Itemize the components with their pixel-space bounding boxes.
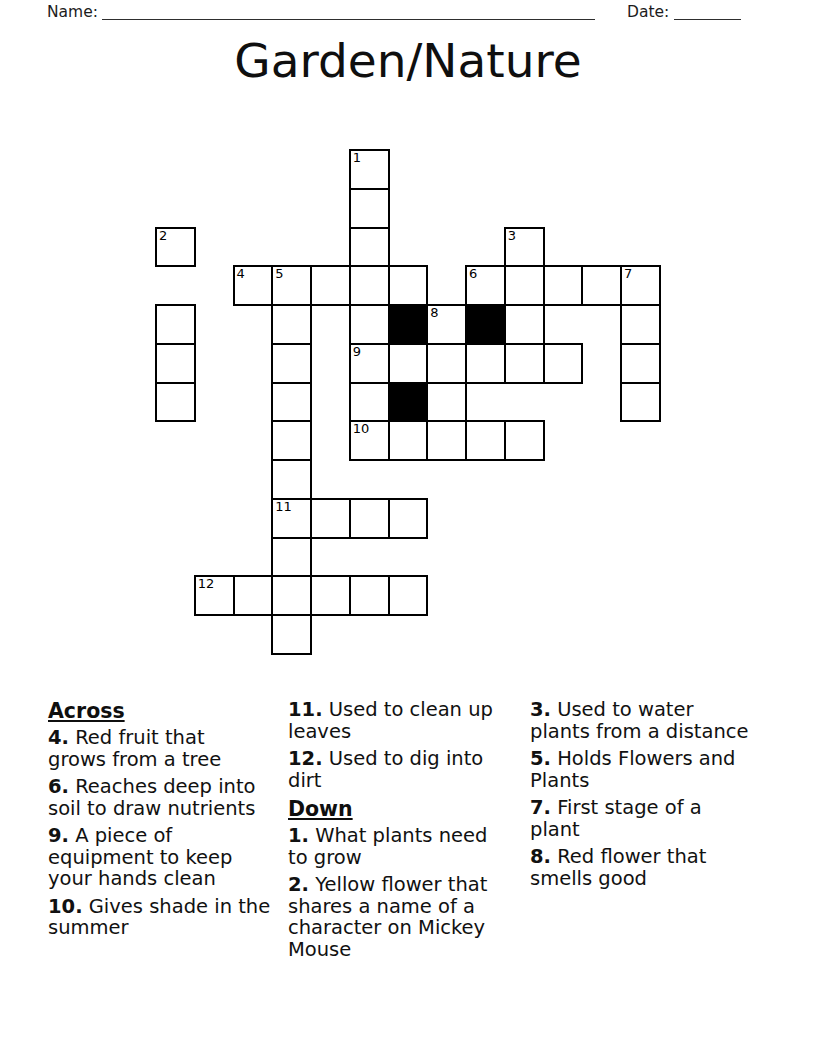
grid-cell-7-9[interactable] xyxy=(504,420,545,461)
grid-cell-11-5[interactable] xyxy=(349,575,390,616)
grid-cell-2-5[interactable] xyxy=(349,227,390,268)
grid-cell-7-7[interactable] xyxy=(426,420,467,461)
clue-number-3: 3 xyxy=(508,229,516,243)
page-title: Garden/Nature xyxy=(0,33,816,88)
clue-9-across: 9. A piece ofequipment to keepyour hands… xyxy=(48,825,288,890)
clue-number-11: 11 xyxy=(275,500,292,514)
grid-cell-8-3[interactable] xyxy=(271,459,312,500)
name-label: Name: xyxy=(47,3,98,21)
grid-cell-6-0[interactable] xyxy=(155,382,196,423)
clue-number-4: 4 xyxy=(237,267,245,281)
grid-cell-3-5[interactable] xyxy=(349,265,390,306)
across-heading: Across xyxy=(48,699,288,723)
clue-7-down: 7. First stage of aplant xyxy=(530,797,772,840)
black-cell-4-8 xyxy=(465,304,506,345)
clue-11-across: 11. Used to clean upleaves xyxy=(288,699,528,742)
clue-4-across: 4. Red fruit thatgrows from a tree xyxy=(48,727,288,770)
grid-cell-4-7[interactable]: 8 xyxy=(426,304,467,345)
clue-3-down: 3. Used to waterplants from a distance xyxy=(530,699,772,742)
grid-cell-7-8[interactable] xyxy=(465,420,506,461)
crossword-grid: 123456789101112 xyxy=(155,149,661,655)
clue-number-7: 7 xyxy=(624,267,632,281)
clue-2-down: 2. Yellow flower thatshares a name of ac… xyxy=(288,874,528,960)
clue-8-down: 8. Red flower thatsmells good xyxy=(530,846,772,889)
clue-number-2: 2 xyxy=(159,229,167,243)
grid-cell-2-9[interactable]: 3 xyxy=(504,227,545,268)
grid-cell-5-6[interactable] xyxy=(388,343,429,384)
grid-cell-3-10[interactable] xyxy=(543,265,584,306)
grid-cell-3-11[interactable] xyxy=(581,265,622,306)
grid-cell-9-3[interactable]: 11 xyxy=(271,498,312,539)
grid-cell-11-1[interactable]: 12 xyxy=(194,575,235,616)
grid-cell-10-3[interactable] xyxy=(271,537,312,578)
grid-cell-11-6[interactable] xyxy=(388,575,429,616)
clue-number-9: 9 xyxy=(353,345,361,359)
grid-cell-11-4[interactable] xyxy=(310,575,351,616)
clue-6-across: 6. Reaches deep intosoil to draw nutrien… xyxy=(48,776,288,819)
grid-cell-5-3[interactable] xyxy=(271,343,312,384)
grid-cell-3-3[interactable]: 5 xyxy=(271,265,312,306)
grid-cell-3-12[interactable]: 7 xyxy=(620,265,661,306)
grid-cell-7-5[interactable]: 10 xyxy=(349,420,390,461)
grid-cell-11-3[interactable] xyxy=(271,575,312,616)
clue-number-1: 1 xyxy=(353,151,361,165)
down-heading: Down xyxy=(288,797,528,821)
grid-cell-9-6[interactable] xyxy=(388,498,429,539)
grid-cell-5-0[interactable] xyxy=(155,343,196,384)
grid-cell-5-8[interactable] xyxy=(465,343,506,384)
grid-cell-6-5[interactable] xyxy=(349,382,390,423)
clue-column-2: 11. Used to clean upleaves12. Used to di… xyxy=(288,699,528,966)
grid-cell-4-3[interactable] xyxy=(271,304,312,345)
clue-number-8: 8 xyxy=(430,306,438,320)
name-fill-in-line[interactable] xyxy=(102,3,595,20)
clue-number-5: 5 xyxy=(275,267,283,281)
date-label: Date: xyxy=(627,3,669,21)
grid-cell-12-3[interactable] xyxy=(271,614,312,655)
grid-cell-9-4[interactable] xyxy=(310,498,351,539)
grid-cell-7-6[interactable] xyxy=(388,420,429,461)
clue-10-across: 10. Gives shade in thesummer xyxy=(48,896,288,939)
grid-cell-3-4[interactable] xyxy=(310,265,351,306)
black-cell-4-6 xyxy=(388,304,429,345)
clue-number-12: 12 xyxy=(198,577,215,591)
grid-cell-3-6[interactable] xyxy=(388,265,429,306)
grid-cell-3-2[interactable]: 4 xyxy=(233,265,274,306)
grid-cell-4-9[interactable] xyxy=(504,304,545,345)
clue-12-across: 12. Used to dig intodirt xyxy=(288,748,528,791)
date-fill-in-line[interactable] xyxy=(674,3,741,20)
grid-cell-4-0[interactable] xyxy=(155,304,196,345)
grid-cell-6-7[interactable] xyxy=(426,382,467,423)
clue-1-down: 1. What plants needto grow xyxy=(288,825,528,868)
clue-number-10: 10 xyxy=(353,422,370,436)
grid-cell-5-5[interactable]: 9 xyxy=(349,343,390,384)
grid-cell-9-5[interactable] xyxy=(349,498,390,539)
clue-column-3: 3. Used to waterplants from a distance5.… xyxy=(530,699,772,895)
black-cell-6-6 xyxy=(388,382,429,423)
grid-cell-4-5[interactable] xyxy=(349,304,390,345)
grid-cell-2-0[interactable]: 2 xyxy=(155,227,196,268)
clue-number-6: 6 xyxy=(469,267,477,281)
grid-cell-5-7[interactable] xyxy=(426,343,467,384)
grid-cell-5-10[interactable] xyxy=(543,343,584,384)
grid-cell-11-2[interactable] xyxy=(233,575,274,616)
grid-cell-1-5[interactable] xyxy=(349,188,390,229)
grid-cell-6-12[interactable] xyxy=(620,382,661,423)
clue-5-down: 5. Holds Flowers andPlants xyxy=(530,748,772,791)
clue-column-1: Across4. Red fruit thatgrows from a tree… xyxy=(48,699,288,945)
grid-cell-6-3[interactable] xyxy=(271,382,312,423)
grid-cell-5-9[interactable] xyxy=(504,343,545,384)
grid-cell-3-8[interactable]: 6 xyxy=(465,265,506,306)
grid-cell-0-5[interactable]: 1 xyxy=(349,149,390,190)
grid-cell-7-3[interactable] xyxy=(271,420,312,461)
grid-cell-3-9[interactable] xyxy=(504,265,545,306)
grid-cell-4-12[interactable] xyxy=(620,304,661,345)
grid-cell-5-12[interactable] xyxy=(620,343,661,384)
